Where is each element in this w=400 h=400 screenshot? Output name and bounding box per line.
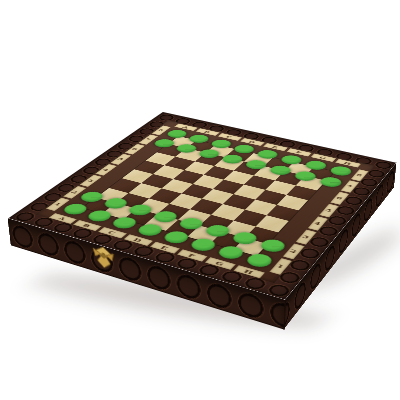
piece-glyph: ♜ xyxy=(239,220,278,263)
product-photo: ABCDEFGH ABCDEFGH 87654321 87654321 ♜♞♝♛… xyxy=(0,0,400,400)
